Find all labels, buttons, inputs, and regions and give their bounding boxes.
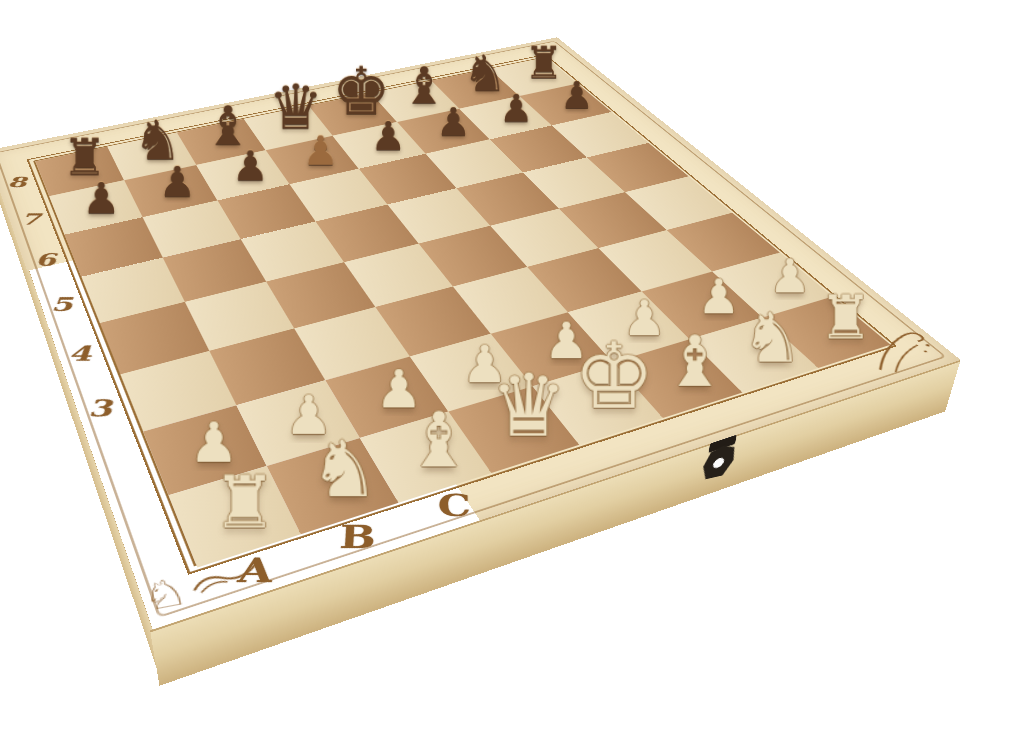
square-a6[interactable] <box>65 217 163 277</box>
piece-black-pawn-e7[interactable]: ♟ <box>352 117 424 157</box>
product-photo-stage: ♜♞♝♛♚♝♞♜♟♟♟♟♟♟♟♟♟♟♟♟♟♟♟♟♜♞♝♛♚♝♞♜ ABCDEFG… <box>0 0 1024 732</box>
piece-black-pawn-c7[interactable]: ♟ <box>213 146 288 187</box>
piece-black-pawn-d7[interactable]: ♟ <box>284 131 357 171</box>
piece-white-king-e1[interactable]: ♚ <box>566 331 662 423</box>
knight-flourish-icon: ♘ <box>141 571 191 618</box>
rank-label-7: 7 <box>1 199 63 241</box>
piece-black-pawn-g7[interactable]: ♟ <box>481 89 550 127</box>
rank-label-8: 8 <box>0 163 48 202</box>
square-a4[interactable] <box>100 302 209 374</box>
file-label-g: G <box>741 378 847 412</box>
file-label-b: B <box>302 516 411 560</box>
piece-black-pawn-b7[interactable]: ♟ <box>139 161 215 203</box>
file-label-d: D <box>494 456 600 495</box>
piece-white-queen-d1[interactable]: ♛ <box>479 363 578 449</box>
piece-black-pawn-a7[interactable]: ♟ <box>62 177 140 220</box>
piece-white-rook-a1[interactable]: ♜ <box>191 467 298 539</box>
rank-label-4: 4 <box>47 326 116 383</box>
piece-white-bishop-c1[interactable]: ♝ <box>388 402 489 478</box>
rank-label-1: 1 <box>111 500 188 580</box>
piece-black-pawn-f7[interactable]: ♟ <box>418 103 489 142</box>
piece-white-knight-b1[interactable]: ♞ <box>293 430 397 508</box>
piece-black-pawn-h7[interactable]: ♟ <box>543 77 611 115</box>
chess-board-box: ♜♞♝♛♚♝♞♜♟♟♟♟♟♟♟♟♟♟♟♟♟♟♟♟♜♞♝♛♚♝♞♜ ABCDEFG… <box>0 37 961 630</box>
